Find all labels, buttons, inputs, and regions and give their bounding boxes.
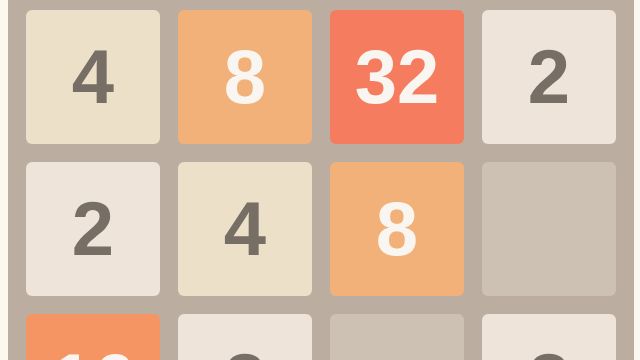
tile-2: 2 <box>482 10 616 144</box>
tile-4: 4 <box>26 10 160 144</box>
tile-8: 8 <box>178 10 312 144</box>
empty-cell <box>330 314 464 360</box>
tile-2: 2 <box>26 162 160 296</box>
game-board[interactable]: 483222481622 <box>8 0 634 360</box>
page-background: 483222481622 <box>0 0 640 360</box>
tile-16: 16 <box>26 314 160 360</box>
tile-2: 2 <box>482 314 616 360</box>
empty-cell <box>482 162 616 296</box>
tile-2: 2 <box>178 314 312 360</box>
tile-32: 32 <box>330 10 464 144</box>
tile-8: 8 <box>330 162 464 296</box>
tile-4: 4 <box>178 162 312 296</box>
